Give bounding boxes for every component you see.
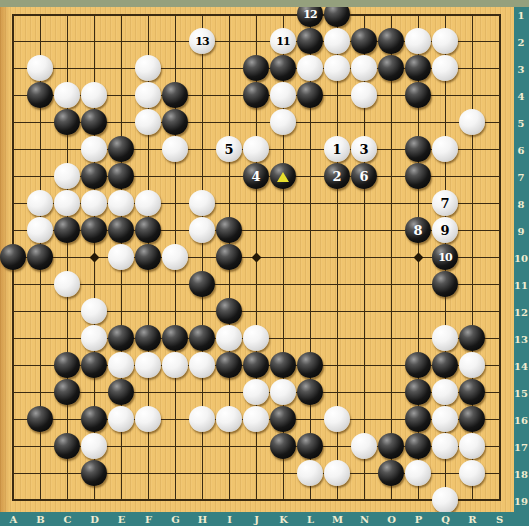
board-point-H4[interactable] (189, 82, 216, 109)
board-point-Q17[interactable] (432, 433, 459, 460)
board-point-J16[interactable] (243, 406, 270, 433)
board-point-A18[interactable] (0, 460, 27, 487)
board-point-M17[interactable] (324, 433, 351, 460)
board-point-S18[interactable] (486, 460, 513, 487)
board-point-N8[interactable] (351, 190, 378, 217)
board-point-D3[interactable] (81, 55, 108, 82)
board-point-G6[interactable] (162, 136, 189, 163)
board-point-D5[interactable] (81, 109, 108, 136)
board-point-P11[interactable] (405, 271, 432, 298)
board-point-I5[interactable] (216, 109, 243, 136)
board-point-O15[interactable] (378, 379, 405, 406)
board-point-Q6[interactable] (432, 136, 459, 163)
board-point-O2[interactable] (378, 28, 405, 55)
board-point-H14[interactable] (189, 352, 216, 379)
board-point-R16[interactable] (459, 406, 486, 433)
board-point-Q10[interactable]: 10 (432, 244, 459, 271)
board-point-K16[interactable] (270, 406, 297, 433)
board-point-H11[interactable] (189, 271, 216, 298)
board-point-E13[interactable] (108, 325, 135, 352)
board-point-K7[interactable] (270, 163, 297, 190)
board-point-H9[interactable] (189, 217, 216, 244)
board-point-I3[interactable] (216, 55, 243, 82)
board-point-G4[interactable] (162, 82, 189, 109)
board-point-I13[interactable] (216, 325, 243, 352)
board-point-N6[interactable]: 3 (351, 136, 378, 163)
board-point-F4[interactable] (135, 82, 162, 109)
board-point-N11[interactable] (351, 271, 378, 298)
board-point-F15[interactable] (135, 379, 162, 406)
board-point-A17[interactable] (0, 433, 27, 460)
board-point-J13[interactable] (243, 325, 270, 352)
board-point-P18[interactable] (405, 460, 432, 487)
board-point-Q7[interactable] (432, 163, 459, 190)
board-point-E8[interactable] (108, 190, 135, 217)
board-point-E3[interactable] (108, 55, 135, 82)
board-point-D19[interactable] (81, 487, 108, 514)
board-point-C12[interactable] (54, 298, 81, 325)
board-point-C14[interactable] (54, 352, 81, 379)
board-point-D18[interactable] (81, 460, 108, 487)
board-point-B2[interactable] (27, 28, 54, 55)
board-point-A5[interactable] (0, 109, 27, 136)
board-point-J5[interactable] (243, 109, 270, 136)
board-point-L16[interactable] (297, 406, 324, 433)
board-point-L11[interactable] (297, 271, 324, 298)
board-point-R17[interactable] (459, 433, 486, 460)
board-point-B15[interactable] (27, 379, 54, 406)
board-point-J14[interactable] (243, 352, 270, 379)
board-point-P8[interactable] (405, 190, 432, 217)
board-point-L15[interactable] (297, 379, 324, 406)
board-point-B3[interactable] (27, 55, 54, 82)
board-point-J17[interactable] (243, 433, 270, 460)
board-point-Q16[interactable] (432, 406, 459, 433)
board-point-S19[interactable] (486, 487, 513, 514)
board-point-C18[interactable] (54, 460, 81, 487)
board-point-E9[interactable] (108, 217, 135, 244)
board-point-R10[interactable] (459, 244, 486, 271)
board-point-E5[interactable] (108, 109, 135, 136)
board-point-Q12[interactable] (432, 298, 459, 325)
board-point-G2[interactable] (162, 28, 189, 55)
board-point-E11[interactable] (108, 271, 135, 298)
board-point-Q14[interactable] (432, 352, 459, 379)
board-point-S13[interactable] (486, 325, 513, 352)
board-point-K17[interactable] (270, 433, 297, 460)
board-point-K9[interactable] (270, 217, 297, 244)
board-point-F19[interactable] (135, 487, 162, 514)
board-point-Q19[interactable] (432, 487, 459, 514)
board-point-P14[interactable] (405, 352, 432, 379)
board-point-C15[interactable] (54, 379, 81, 406)
board-point-R19[interactable] (459, 487, 486, 514)
board-point-O16[interactable] (378, 406, 405, 433)
board-point-G13[interactable] (162, 325, 189, 352)
board-point-K18[interactable] (270, 460, 297, 487)
board-point-G7[interactable] (162, 163, 189, 190)
board-point-L2[interactable] (297, 28, 324, 55)
board-point-S2[interactable] (486, 28, 513, 55)
board-point-Q9[interactable]: 9 (432, 217, 459, 244)
board-point-F14[interactable] (135, 352, 162, 379)
board-point-M16[interactable] (324, 406, 351, 433)
board-point-O6[interactable] (378, 136, 405, 163)
board-point-I9[interactable] (216, 217, 243, 244)
board-point-R11[interactable] (459, 271, 486, 298)
board-point-C5[interactable] (54, 109, 81, 136)
board-point-O18[interactable] (378, 460, 405, 487)
board-point-O19[interactable] (378, 487, 405, 514)
board-point-G8[interactable] (162, 190, 189, 217)
board-point-C2[interactable] (54, 28, 81, 55)
board-point-E14[interactable] (108, 352, 135, 379)
board-point-Q4[interactable] (432, 82, 459, 109)
board-point-J6[interactable] (243, 136, 270, 163)
board-point-A4[interactable] (0, 82, 27, 109)
board-point-I15[interactable] (216, 379, 243, 406)
board-point-N3[interactable] (351, 55, 378, 82)
board-point-R5[interactable] (459, 109, 486, 136)
board-point-S16[interactable] (486, 406, 513, 433)
board-point-H16[interactable] (189, 406, 216, 433)
board-point-A2[interactable] (0, 28, 27, 55)
board-point-F6[interactable] (135, 136, 162, 163)
board-point-K4[interactable] (270, 82, 297, 109)
board-point-P16[interactable] (405, 406, 432, 433)
board-point-R6[interactable] (459, 136, 486, 163)
board-point-O11[interactable] (378, 271, 405, 298)
board-point-L8[interactable] (297, 190, 324, 217)
board-point-E12[interactable] (108, 298, 135, 325)
board-point-I2[interactable] (216, 28, 243, 55)
board-point-F12[interactable] (135, 298, 162, 325)
board-point-M14[interactable] (324, 352, 351, 379)
board-point-S9[interactable] (486, 217, 513, 244)
board-point-J3[interactable] (243, 55, 270, 82)
board-point-P13[interactable] (405, 325, 432, 352)
board-point-P12[interactable] (405, 298, 432, 325)
board-point-F10[interactable] (135, 244, 162, 271)
board-point-H10[interactable] (189, 244, 216, 271)
board-point-C6[interactable] (54, 136, 81, 163)
board-point-Q2[interactable] (432, 28, 459, 55)
board-point-N2[interactable] (351, 28, 378, 55)
board-point-B7[interactable] (27, 163, 54, 190)
board-point-L5[interactable] (297, 109, 324, 136)
board-point-N12[interactable] (351, 298, 378, 325)
board-point-P7[interactable] (405, 163, 432, 190)
board-point-N15[interactable] (351, 379, 378, 406)
board-point-O14[interactable] (378, 352, 405, 379)
board-point-S3[interactable] (486, 55, 513, 82)
board-point-I18[interactable] (216, 460, 243, 487)
board-point-I10[interactable] (216, 244, 243, 271)
board-point-D17[interactable] (81, 433, 108, 460)
board-point-D2[interactable] (81, 28, 108, 55)
board-point-S15[interactable] (486, 379, 513, 406)
board-point-M8[interactable] (324, 190, 351, 217)
board-point-Q3[interactable] (432, 55, 459, 82)
board-point-L10[interactable] (297, 244, 324, 271)
board-point-R3[interactable] (459, 55, 486, 82)
board-point-K8[interactable] (270, 190, 297, 217)
board-point-K2[interactable]: 11 (270, 28, 297, 55)
board-point-I17[interactable] (216, 433, 243, 460)
board-point-F3[interactable] (135, 55, 162, 82)
board-point-H2[interactable]: 13 (189, 28, 216, 55)
board-point-S5[interactable] (486, 109, 513, 136)
board-point-P17[interactable] (405, 433, 432, 460)
board-point-R12[interactable] (459, 298, 486, 325)
board-point-J8[interactable] (243, 190, 270, 217)
board-point-J12[interactable] (243, 298, 270, 325)
board-point-L3[interactable] (297, 55, 324, 82)
board-point-I4[interactable] (216, 82, 243, 109)
board-point-P3[interactable] (405, 55, 432, 82)
board-point-O8[interactable] (378, 190, 405, 217)
board-point-B17[interactable] (27, 433, 54, 460)
board-point-S7[interactable] (486, 163, 513, 190)
board-point-C3[interactable] (54, 55, 81, 82)
board-point-R15[interactable] (459, 379, 486, 406)
board-point-F7[interactable] (135, 163, 162, 190)
board-point-E6[interactable] (108, 136, 135, 163)
board-point-A12[interactable] (0, 298, 27, 325)
board-point-N13[interactable] (351, 325, 378, 352)
board-point-H12[interactable] (189, 298, 216, 325)
board-point-R8[interactable] (459, 190, 486, 217)
board-point-K19[interactable] (270, 487, 297, 514)
board-point-I8[interactable] (216, 190, 243, 217)
board-point-A9[interactable] (0, 217, 27, 244)
board-point-C4[interactable] (54, 82, 81, 109)
board-point-P10[interactable] (405, 244, 432, 271)
board-point-Q5[interactable] (432, 109, 459, 136)
board-point-A7[interactable] (0, 163, 27, 190)
board-point-D12[interactable] (81, 298, 108, 325)
board-point-K12[interactable] (270, 298, 297, 325)
board-point-O17[interactable] (378, 433, 405, 460)
board-point-Q8[interactable]: 7 (432, 190, 459, 217)
board-point-H8[interactable] (189, 190, 216, 217)
board-point-D6[interactable] (81, 136, 108, 163)
board-point-K11[interactable] (270, 271, 297, 298)
board-point-M13[interactable] (324, 325, 351, 352)
board-point-C7[interactable] (54, 163, 81, 190)
board-point-J4[interactable] (243, 82, 270, 109)
board-point-G15[interactable] (162, 379, 189, 406)
board-point-H6[interactable] (189, 136, 216, 163)
board-point-O4[interactable] (378, 82, 405, 109)
board-point-L7[interactable] (297, 163, 324, 190)
board-point-H18[interactable] (189, 460, 216, 487)
board-point-I12[interactable] (216, 298, 243, 325)
board-point-S8[interactable] (486, 190, 513, 217)
board-point-J9[interactable] (243, 217, 270, 244)
board-point-N14[interactable] (351, 352, 378, 379)
board-point-E7[interactable] (108, 163, 135, 190)
board-point-F5[interactable] (135, 109, 162, 136)
board-point-J7[interactable]: 4 (243, 163, 270, 190)
board-point-M2[interactable] (324, 28, 351, 55)
board-point-D14[interactable] (81, 352, 108, 379)
board-point-G18[interactable] (162, 460, 189, 487)
board-point-D8[interactable] (81, 190, 108, 217)
board-point-N19[interactable] (351, 487, 378, 514)
board-point-H19[interactable] (189, 487, 216, 514)
board-point-B14[interactable] (27, 352, 54, 379)
board-point-G19[interactable] (162, 487, 189, 514)
board-point-I16[interactable] (216, 406, 243, 433)
board-point-D10[interactable] (81, 244, 108, 271)
board-point-O13[interactable] (378, 325, 405, 352)
board-point-K10[interactable] (270, 244, 297, 271)
board-point-J2[interactable] (243, 28, 270, 55)
board-point-K15[interactable] (270, 379, 297, 406)
board-point-M19[interactable] (324, 487, 351, 514)
board-point-B11[interactable] (27, 271, 54, 298)
board-point-O9[interactable] (378, 217, 405, 244)
board-point-H13[interactable] (189, 325, 216, 352)
board-point-E15[interactable] (108, 379, 135, 406)
board-point-R14[interactable] (459, 352, 486, 379)
board-point-D15[interactable] (81, 379, 108, 406)
board-point-G5[interactable] (162, 109, 189, 136)
board-point-M9[interactable] (324, 217, 351, 244)
board-point-M10[interactable] (324, 244, 351, 271)
board-point-L13[interactable] (297, 325, 324, 352)
board-point-E18[interactable] (108, 460, 135, 487)
board-point-C13[interactable] (54, 325, 81, 352)
board-point-L14[interactable] (297, 352, 324, 379)
board-point-L18[interactable] (297, 460, 324, 487)
board-point-P15[interactable] (405, 379, 432, 406)
board-point-S4[interactable] (486, 82, 513, 109)
board-point-R18[interactable] (459, 460, 486, 487)
board-point-D9[interactable] (81, 217, 108, 244)
board-point-G12[interactable] (162, 298, 189, 325)
board-point-K6[interactable] (270, 136, 297, 163)
board-point-D13[interactable] (81, 325, 108, 352)
board-point-E16[interactable] (108, 406, 135, 433)
board-point-K13[interactable] (270, 325, 297, 352)
board-point-Q18[interactable] (432, 460, 459, 487)
board-point-D16[interactable] (81, 406, 108, 433)
board-point-N10[interactable] (351, 244, 378, 271)
board-point-M11[interactable] (324, 271, 351, 298)
board-point-G10[interactable] (162, 244, 189, 271)
board-point-N5[interactable] (351, 109, 378, 136)
board-point-P6[interactable] (405, 136, 432, 163)
board-point-R9[interactable] (459, 217, 486, 244)
board-point-A15[interactable] (0, 379, 27, 406)
board-point-H7[interactable] (189, 163, 216, 190)
board-point-G11[interactable] (162, 271, 189, 298)
board-point-N18[interactable] (351, 460, 378, 487)
board-point-F17[interactable] (135, 433, 162, 460)
board-point-B6[interactable] (27, 136, 54, 163)
board-point-C9[interactable] (54, 217, 81, 244)
board-point-B13[interactable] (27, 325, 54, 352)
board-point-A8[interactable] (0, 190, 27, 217)
board-point-J15[interactable] (243, 379, 270, 406)
board-point-N4[interactable] (351, 82, 378, 109)
board-point-B4[interactable] (27, 82, 54, 109)
board-point-C11[interactable] (54, 271, 81, 298)
board-point-J10[interactable] (243, 244, 270, 271)
board-point-C16[interactable] (54, 406, 81, 433)
board-point-J18[interactable] (243, 460, 270, 487)
board-point-S6[interactable] (486, 136, 513, 163)
board-point-F16[interactable] (135, 406, 162, 433)
board-point-R13[interactable] (459, 325, 486, 352)
board-point-H15[interactable] (189, 379, 216, 406)
board-point-E10[interactable] (108, 244, 135, 271)
board-point-I7[interactable] (216, 163, 243, 190)
board-point-R7[interactable] (459, 163, 486, 190)
board-point-H5[interactable] (189, 109, 216, 136)
board-point-R2[interactable] (459, 28, 486, 55)
board-point-O7[interactable] (378, 163, 405, 190)
board-point-Q15[interactable] (432, 379, 459, 406)
board-point-N16[interactable] (351, 406, 378, 433)
board-point-P9[interactable]: 8 (405, 217, 432, 244)
board-point-E4[interactable] (108, 82, 135, 109)
board-point-R4[interactable] (459, 82, 486, 109)
board-point-A10[interactable] (0, 244, 27, 271)
board-point-I6[interactable]: 5 (216, 136, 243, 163)
board-point-C19[interactable] (54, 487, 81, 514)
board-point-A16[interactable] (0, 406, 27, 433)
board-point-P2[interactable] (405, 28, 432, 55)
board-point-C17[interactable] (54, 433, 81, 460)
board-point-M5[interactable] (324, 109, 351, 136)
board-point-S14[interactable] (486, 352, 513, 379)
board-point-S11[interactable] (486, 271, 513, 298)
board-point-B16[interactable] (27, 406, 54, 433)
board-point-F8[interactable] (135, 190, 162, 217)
board-point-K3[interactable] (270, 55, 297, 82)
board-point-H17[interactable] (189, 433, 216, 460)
board-point-B18[interactable] (27, 460, 54, 487)
board-point-E19[interactable] (108, 487, 135, 514)
board-point-O12[interactable] (378, 298, 405, 325)
board-point-I14[interactable] (216, 352, 243, 379)
board-point-H3[interactable] (189, 55, 216, 82)
board-point-F9[interactable] (135, 217, 162, 244)
board-point-O3[interactable] (378, 55, 405, 82)
board-point-B19[interactable] (27, 487, 54, 514)
board-point-S10[interactable] (486, 244, 513, 271)
board-point-M12[interactable] (324, 298, 351, 325)
board-point-E17[interactable] (108, 433, 135, 460)
board-point-G14[interactable] (162, 352, 189, 379)
board-point-L6[interactable] (297, 136, 324, 163)
board-point-L17[interactable] (297, 433, 324, 460)
board-point-S17[interactable] (486, 433, 513, 460)
board-point-N17[interactable] (351, 433, 378, 460)
board-point-K5[interactable] (270, 109, 297, 136)
board-point-E2[interactable] (108, 28, 135, 55)
board-point-P4[interactable] (405, 82, 432, 109)
board-point-A13[interactable] (0, 325, 27, 352)
board-point-K14[interactable] (270, 352, 297, 379)
board-point-N9[interactable] (351, 217, 378, 244)
board-point-Q11[interactable] (432, 271, 459, 298)
board-point-L12[interactable] (297, 298, 324, 325)
board-point-M3[interactable] (324, 55, 351, 82)
